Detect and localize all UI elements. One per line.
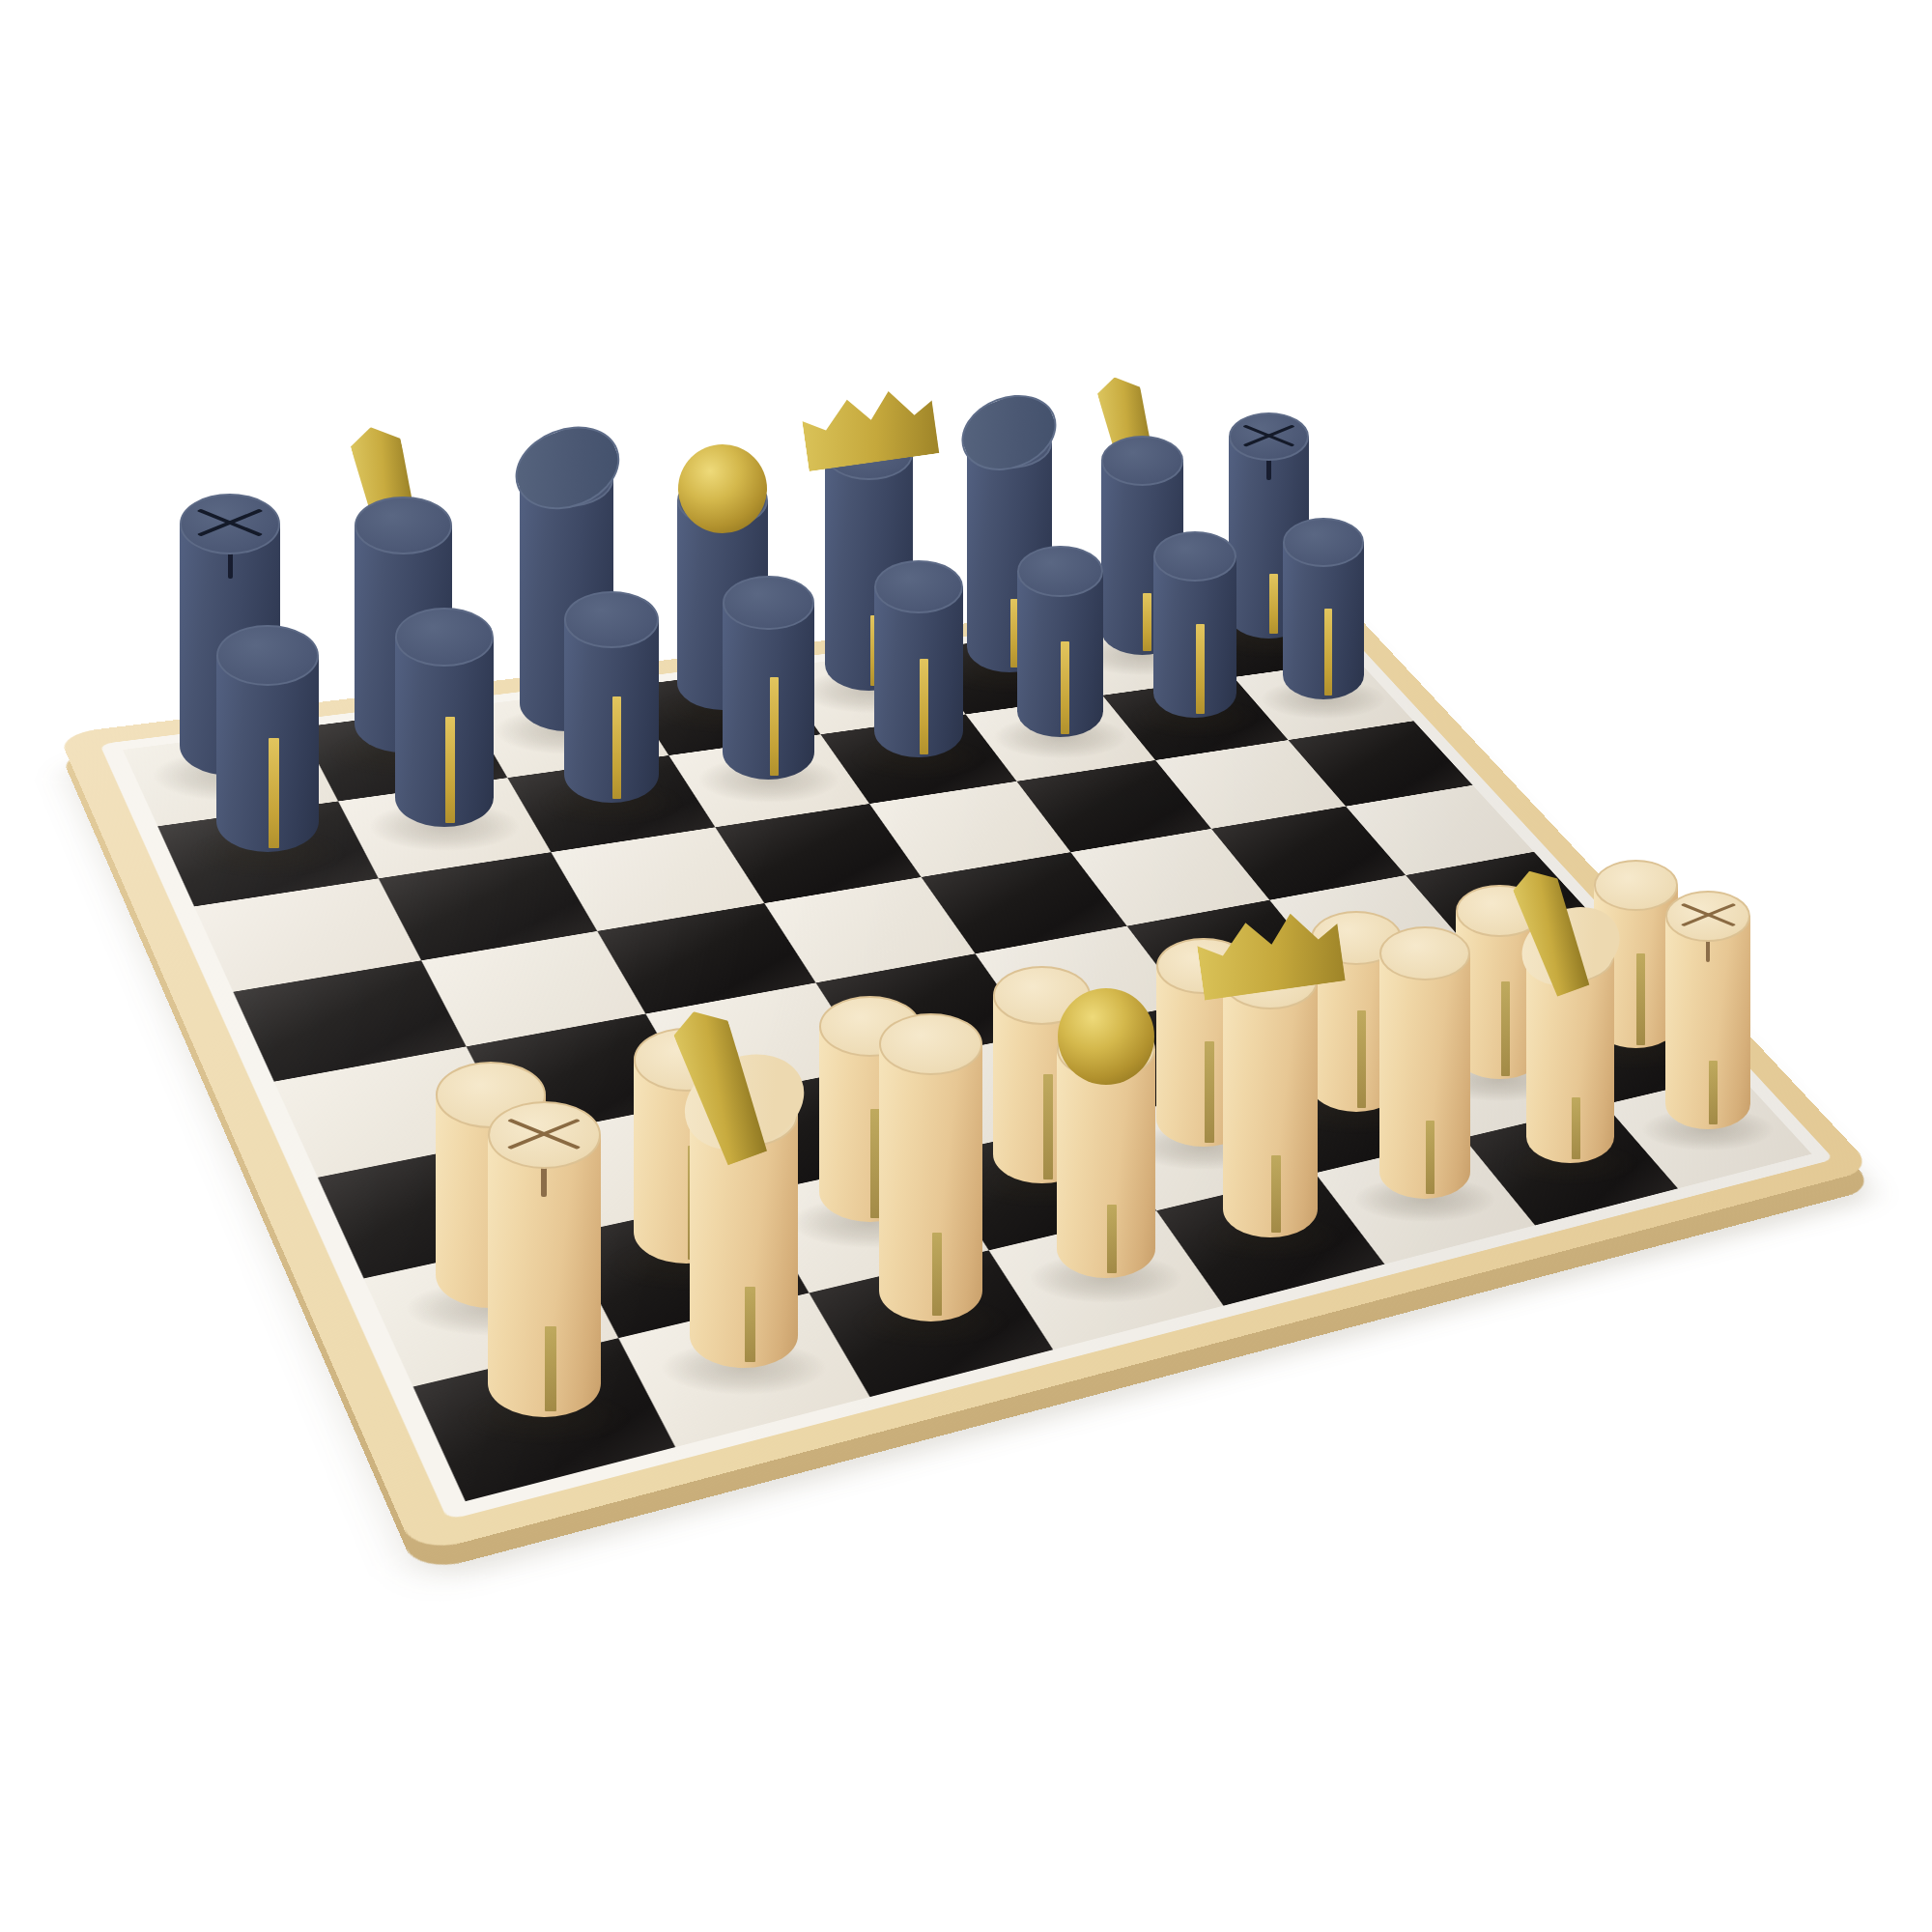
- product-photo-stage: [0, 0, 1932, 1932]
- rook-slit-front: [1266, 454, 1270, 480]
- piece-top: [874, 560, 963, 613]
- chess-board: [58, 580, 1874, 1555]
- gold-fin: [348, 421, 431, 570]
- rook-cross-slit: [1680, 903, 1735, 926]
- piece-top: [564, 591, 659, 648]
- piece-top: [216, 625, 319, 686]
- piece-top: [825, 428, 913, 481]
- bishop-bevel-top: [951, 383, 1067, 484]
- rook-cross-slit: [197, 509, 263, 537]
- piece-top: [1153, 531, 1237, 582]
- rook-cross-slit: [1680, 903, 1735, 926]
- board-white-margin: [99, 593, 1833, 1520]
- piece-top: [677, 473, 768, 527]
- gold-crown: [799, 385, 939, 471]
- rook-cross-slit: [197, 509, 263, 537]
- piece-top: [1229, 412, 1309, 461]
- board-grid: [123, 601, 1811, 1501]
- rook-slit-front: [228, 546, 233, 579]
- piece-top: [1665, 891, 1750, 942]
- rook-cross-slit: [1242, 425, 1294, 447]
- piece-top: [723, 576, 814, 631]
- piece-top: [355, 497, 451, 554]
- rook-slit-front: [1706, 934, 1710, 962]
- piece-top: [180, 494, 280, 554]
- bishop-bevel-top: [503, 412, 631, 524]
- piece-top: [1017, 546, 1103, 597]
- piece-top: [1101, 436, 1184, 485]
- piece-top: [520, 451, 613, 507]
- gold-fin: [1094, 372, 1165, 499]
- gold-sphere: [678, 444, 767, 533]
- piece-top: [395, 608, 494, 667]
- rook-cross-slit: [1242, 425, 1294, 447]
- piece-top: [1283, 518, 1364, 566]
- piece-top: [967, 417, 1052, 469]
